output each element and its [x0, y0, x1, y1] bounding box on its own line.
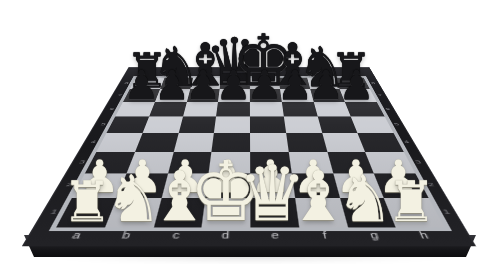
piece-white-knight-g1[interactable]: ♞	[336, 167, 394, 231]
chess-set-photo: 87654321 87654321 abcdefgh ♜♞♝♛♚♝♞♜♟♟♟♟♟…	[0, 0, 500, 264]
pieces-layer: ♜♞♝♛♚♝♞♜♟♟♟♟♟♟♟♟♟♟♟♟♟♟♟♟♜♞♝♚♛♝♞♜	[0, 0, 500, 264]
piece-white-rook-h1[interactable]: ♜	[386, 174, 436, 230]
piece-black-pawn-h7[interactable]: ♟	[339, 65, 375, 105]
